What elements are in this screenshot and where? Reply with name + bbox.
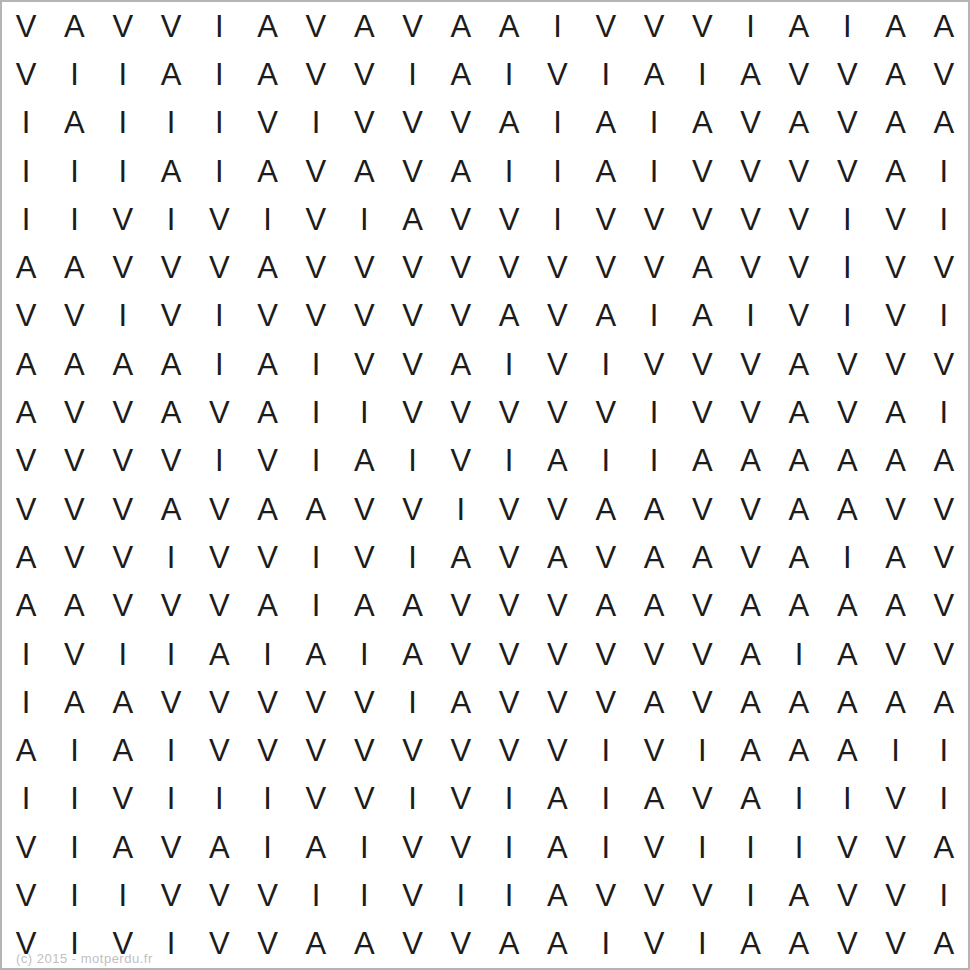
grid-cell[interactable]: V — [340, 726, 388, 774]
grid-cell[interactable]: V — [678, 195, 726, 243]
grid-cell[interactable]: V — [823, 823, 871, 871]
grid-cell[interactable]: A — [726, 50, 774, 98]
grid-cell[interactable]: V — [823, 99, 871, 147]
grid-cell[interactable]: A — [2, 388, 50, 436]
grid-cell[interactable]: I — [243, 195, 291, 243]
grid-cell[interactable]: A — [99, 678, 147, 726]
grid-cell[interactable]: V — [630, 823, 678, 871]
grid-cell[interactable]: A — [243, 147, 291, 195]
grid-cell[interactable]: A — [388, 582, 436, 630]
grid-cell[interactable]: A — [678, 243, 726, 291]
grid-cell[interactable]: I — [99, 630, 147, 678]
grid-cell[interactable]: A — [775, 388, 823, 436]
grid-cell[interactable]: V — [775, 147, 823, 195]
grid-cell[interactable]: V — [388, 823, 436, 871]
grid-cell[interactable]: V — [823, 388, 871, 436]
grid-cell[interactable]: V — [485, 243, 533, 291]
grid-cell[interactable]: V — [388, 871, 436, 919]
grid-cell[interactable]: I — [533, 147, 581, 195]
grid-cell[interactable]: V — [533, 388, 581, 436]
grid-cell[interactable]: A — [147, 50, 195, 98]
grid-cell[interactable]: I — [823, 292, 871, 340]
grid-cell[interactable]: I — [630, 388, 678, 436]
grid-cell[interactable]: A — [50, 2, 98, 50]
grid-cell[interactable]: V — [485, 726, 533, 774]
grid-cell[interactable]: V — [147, 2, 195, 50]
grid-cell[interactable]: V — [147, 437, 195, 485]
grid-cell[interactable]: A — [388, 195, 436, 243]
grid-cell[interactable]: V — [533, 485, 581, 533]
grid-cell[interactable]: V — [195, 871, 243, 919]
grid-cell[interactable]: A — [726, 678, 774, 726]
grid-cell[interactable]: I — [243, 775, 291, 823]
grid-cell[interactable]: I — [678, 920, 726, 968]
grid-cell[interactable]: I — [340, 388, 388, 436]
grid-cell[interactable]: A — [533, 775, 581, 823]
grid-cell[interactable]: V — [2, 50, 50, 98]
grid-cell[interactable]: I — [485, 340, 533, 388]
grid-cell[interactable]: I — [533, 195, 581, 243]
grid-cell[interactable]: V — [485, 630, 533, 678]
grid-cell[interactable]: V — [920, 582, 968, 630]
grid-cell[interactable]: A — [871, 533, 919, 581]
grid-cell[interactable]: I — [823, 243, 871, 291]
grid-cell[interactable]: A — [388, 630, 436, 678]
grid-cell[interactable]: A — [582, 485, 630, 533]
grid-cell[interactable]: I — [533, 99, 581, 147]
grid-cell[interactable]: A — [340, 582, 388, 630]
grid-cell[interactable]: V — [292, 243, 340, 291]
grid-cell[interactable]: A — [920, 99, 968, 147]
grid-cell[interactable]: V — [678, 630, 726, 678]
grid-cell[interactable]: I — [2, 147, 50, 195]
grid-cell[interactable]: I — [775, 775, 823, 823]
grid-cell[interactable]: A — [678, 292, 726, 340]
grid-cell[interactable]: V — [388, 340, 436, 388]
grid-cell[interactable]: V — [437, 243, 485, 291]
grid-cell[interactable]: V — [726, 99, 774, 147]
grid-cell[interactable]: A — [99, 340, 147, 388]
grid-cell[interactable]: V — [99, 195, 147, 243]
grid-cell[interactable]: I — [50, 147, 98, 195]
grid-cell[interactable]: I — [195, 147, 243, 195]
grid-cell[interactable]: V — [292, 678, 340, 726]
grid-cell[interactable]: V — [388, 920, 436, 968]
grid-cell[interactable]: V — [292, 292, 340, 340]
grid-cell[interactable]: A — [582, 99, 630, 147]
grid-cell[interactable]: A — [340, 147, 388, 195]
grid-cell[interactable]: V — [99, 485, 147, 533]
grid-cell[interactable]: I — [99, 292, 147, 340]
grid-cell[interactable]: V — [726, 533, 774, 581]
grid-cell[interactable]: I — [582, 437, 630, 485]
grid-cell[interactable]: V — [340, 775, 388, 823]
grid-cell[interactable]: A — [147, 340, 195, 388]
grid-cell[interactable]: V — [340, 292, 388, 340]
grid-cell[interactable]: V — [485, 388, 533, 436]
grid-cell[interactable]: V — [243, 437, 291, 485]
grid-cell[interactable]: A — [582, 582, 630, 630]
grid-cell[interactable]: V — [292, 147, 340, 195]
grid-cell[interactable]: V — [388, 726, 436, 774]
grid-cell[interactable]: I — [630, 437, 678, 485]
grid-cell[interactable]: A — [485, 99, 533, 147]
grid-cell[interactable]: V — [871, 243, 919, 291]
grid-cell[interactable]: V — [871, 340, 919, 388]
grid-cell[interactable]: V — [147, 823, 195, 871]
grid-cell[interactable]: A — [243, 2, 291, 50]
grid-cell[interactable]: A — [485, 920, 533, 968]
grid-cell[interactable]: A — [437, 340, 485, 388]
grid-cell[interactable]: A — [50, 99, 98, 147]
grid-cell[interactable]: V — [920, 50, 968, 98]
grid-cell[interactable]: V — [195, 678, 243, 726]
grid-cell[interactable]: A — [775, 99, 823, 147]
grid-cell[interactable]: A — [533, 437, 581, 485]
grid-cell[interactable]: A — [533, 871, 581, 919]
grid-cell[interactable]: V — [726, 340, 774, 388]
grid-cell[interactable]: A — [243, 243, 291, 291]
grid-cell[interactable]: A — [630, 582, 678, 630]
grid-cell[interactable]: V — [147, 243, 195, 291]
grid-cell[interactable]: A — [50, 678, 98, 726]
grid-cell[interactable]: V — [99, 775, 147, 823]
grid-cell[interactable]: A — [2, 243, 50, 291]
grid-cell[interactable]: V — [678, 678, 726, 726]
grid-cell[interactable]: I — [823, 195, 871, 243]
grid-cell[interactable]: A — [823, 582, 871, 630]
grid-cell[interactable]: I — [292, 340, 340, 388]
grid-cell[interactable]: V — [485, 195, 533, 243]
grid-cell[interactable]: V — [630, 871, 678, 919]
grid-cell[interactable]: A — [775, 920, 823, 968]
grid-cell[interactable]: I — [292, 99, 340, 147]
grid-cell[interactable]: V — [726, 195, 774, 243]
grid-cell[interactable]: I — [99, 147, 147, 195]
grid-cell[interactable]: A — [871, 388, 919, 436]
grid-cell[interactable]: I — [2, 99, 50, 147]
grid-cell[interactable]: V — [195, 388, 243, 436]
grid-cell[interactable]: V — [871, 920, 919, 968]
grid-cell[interactable]: I — [871, 726, 919, 774]
grid-cell[interactable]: V — [147, 678, 195, 726]
grid-cell[interactable]: V — [630, 2, 678, 50]
grid-cell[interactable]: A — [533, 823, 581, 871]
grid-cell[interactable]: A — [630, 533, 678, 581]
grid-cell[interactable]: I — [50, 195, 98, 243]
grid-cell[interactable]: A — [2, 726, 50, 774]
grid-cell[interactable]: I — [920, 726, 968, 774]
grid-cell[interactable]: V — [678, 147, 726, 195]
grid-cell[interactable]: V — [2, 823, 50, 871]
grid-cell[interactable]: V — [630, 726, 678, 774]
grid-cell[interactable]: V — [678, 871, 726, 919]
grid-cell[interactable]: V — [195, 485, 243, 533]
grid-cell[interactable]: I — [678, 823, 726, 871]
grid-cell[interactable]: V — [292, 195, 340, 243]
grid-cell[interactable]: I — [195, 99, 243, 147]
grid-cell[interactable]: I — [195, 340, 243, 388]
grid-cell[interactable]: A — [195, 823, 243, 871]
grid-cell[interactable]: I — [340, 823, 388, 871]
grid-cell[interactable]: V — [2, 871, 50, 919]
grid-cell[interactable]: V — [243, 99, 291, 147]
grid-cell[interactable]: A — [340, 920, 388, 968]
grid-cell[interactable]: I — [775, 630, 823, 678]
grid-cell[interactable]: A — [920, 2, 968, 50]
grid-cell[interactable]: I — [195, 50, 243, 98]
grid-cell[interactable]: I — [533, 2, 581, 50]
grid-cell[interactable]: V — [775, 292, 823, 340]
grid-cell[interactable]: V — [292, 726, 340, 774]
grid-cell[interactable]: I — [485, 437, 533, 485]
grid-cell[interactable]: A — [99, 726, 147, 774]
grid-cell[interactable]: I — [99, 50, 147, 98]
grid-cell[interactable]: V — [292, 50, 340, 98]
grid-cell[interactable]: V — [920, 243, 968, 291]
grid-cell[interactable]: A — [630, 485, 678, 533]
grid-cell[interactable]: A — [775, 340, 823, 388]
grid-cell[interactable]: A — [437, 50, 485, 98]
grid-cell[interactable]: I — [388, 437, 436, 485]
grid-cell[interactable]: V — [243, 678, 291, 726]
grid-cell[interactable]: V — [2, 292, 50, 340]
grid-cell[interactable]: V — [195, 533, 243, 581]
grid-cell[interactable]: A — [147, 147, 195, 195]
grid-cell[interactable]: I — [147, 99, 195, 147]
grid-cell[interactable]: I — [388, 50, 436, 98]
grid-cell[interactable]: A — [775, 2, 823, 50]
grid-cell[interactable]: I — [920, 388, 968, 436]
grid-cell[interactable]: V — [195, 195, 243, 243]
grid-cell[interactable]: V — [823, 340, 871, 388]
grid-cell[interactable]: I — [147, 630, 195, 678]
grid-cell[interactable]: A — [920, 437, 968, 485]
grid-cell[interactable]: V — [775, 243, 823, 291]
grid-cell[interactable]: V — [485, 533, 533, 581]
grid-cell[interactable]: I — [99, 99, 147, 147]
grid-cell[interactable]: A — [533, 920, 581, 968]
grid-cell[interactable]: I — [99, 871, 147, 919]
grid-cell[interactable]: A — [775, 871, 823, 919]
grid-cell[interactable]: A — [50, 340, 98, 388]
grid-cell[interactable]: A — [775, 582, 823, 630]
grid-cell[interactable]: A — [195, 630, 243, 678]
grid-cell[interactable]: A — [147, 485, 195, 533]
grid-cell[interactable]: V — [630, 243, 678, 291]
grid-cell[interactable]: I — [340, 195, 388, 243]
grid-cell[interactable]: I — [485, 823, 533, 871]
grid-cell[interactable]: V — [50, 630, 98, 678]
grid-cell[interactable]: V — [533, 340, 581, 388]
grid-cell[interactable]: V — [243, 292, 291, 340]
grid-cell[interactable]: I — [630, 147, 678, 195]
grid-cell[interactable]: A — [2, 340, 50, 388]
grid-cell[interactable]: V — [388, 99, 436, 147]
grid-cell[interactable]: V — [871, 485, 919, 533]
grid-cell[interactable]: V — [678, 582, 726, 630]
grid-cell[interactable]: V — [2, 2, 50, 50]
grid-cell[interactable]: I — [726, 2, 774, 50]
grid-cell[interactable]: V — [485, 678, 533, 726]
grid-cell[interactable]: V — [99, 243, 147, 291]
grid-cell[interactable]: I — [920, 292, 968, 340]
grid-cell[interactable]: V — [388, 243, 436, 291]
grid-cell[interactable]: V — [485, 582, 533, 630]
grid-cell[interactable]: V — [147, 582, 195, 630]
grid-cell[interactable]: A — [823, 485, 871, 533]
grid-cell[interactable]: V — [99, 388, 147, 436]
grid-cell[interactable]: V — [99, 533, 147, 581]
grid-cell[interactable]: V — [678, 775, 726, 823]
grid-cell[interactable]: V — [2, 437, 50, 485]
grid-cell[interactable]: V — [533, 50, 581, 98]
grid-cell[interactable]: I — [582, 726, 630, 774]
grid-cell[interactable]: I — [582, 920, 630, 968]
grid-cell[interactable]: V — [340, 485, 388, 533]
grid-cell[interactable]: I — [292, 582, 340, 630]
grid-cell[interactable]: V — [823, 920, 871, 968]
grid-cell[interactable]: A — [630, 678, 678, 726]
grid-cell[interactable]: A — [582, 147, 630, 195]
grid-cell[interactable]: I — [2, 195, 50, 243]
grid-cell[interactable]: V — [726, 485, 774, 533]
grid-cell[interactable]: V — [437, 437, 485, 485]
grid-cell[interactable]: V — [630, 340, 678, 388]
grid-cell[interactable]: A — [726, 630, 774, 678]
grid-cell[interactable]: I — [630, 99, 678, 147]
grid-cell[interactable]: V — [582, 388, 630, 436]
grid-cell[interactable]: V — [678, 388, 726, 436]
grid-cell[interactable]: V — [50, 437, 98, 485]
grid-cell[interactable]: V — [437, 775, 485, 823]
grid-cell[interactable]: I — [823, 775, 871, 823]
grid-cell[interactable]: A — [775, 437, 823, 485]
grid-cell[interactable]: V — [775, 50, 823, 98]
grid-cell[interactable]: I — [388, 533, 436, 581]
grid-cell[interactable]: V — [388, 2, 436, 50]
grid-cell[interactable]: A — [920, 920, 968, 968]
grid-cell[interactable]: I — [50, 775, 98, 823]
grid-cell[interactable]: I — [147, 726, 195, 774]
grid-cell[interactable]: V — [678, 340, 726, 388]
grid-cell[interactable]: V — [292, 2, 340, 50]
grid-cell[interactable]: V — [920, 630, 968, 678]
grid-cell[interactable]: A — [726, 437, 774, 485]
grid-cell[interactable]: V — [2, 485, 50, 533]
grid-cell[interactable]: V — [533, 292, 581, 340]
grid-cell[interactable]: V — [437, 823, 485, 871]
grid-cell[interactable]: I — [195, 292, 243, 340]
grid-cell[interactable]: V — [582, 2, 630, 50]
grid-cell[interactable]: A — [871, 437, 919, 485]
grid-cell[interactable]: V — [726, 243, 774, 291]
grid-cell[interactable]: V — [147, 871, 195, 919]
grid-cell[interactable]: A — [871, 50, 919, 98]
grid-cell[interactable]: V — [582, 678, 630, 726]
grid-cell[interactable]: V — [50, 388, 98, 436]
grid-cell[interactable]: A — [726, 920, 774, 968]
grid-cell[interactable]: V — [582, 243, 630, 291]
grid-cell[interactable]: A — [243, 485, 291, 533]
grid-cell[interactable]: I — [147, 920, 195, 968]
grid-cell[interactable]: A — [437, 533, 485, 581]
grid-cell[interactable]: A — [437, 678, 485, 726]
grid-cell[interactable]: I — [678, 726, 726, 774]
grid-cell[interactable]: V — [871, 871, 919, 919]
grid-cell[interactable]: I — [920, 871, 968, 919]
grid-cell[interactable]: A — [871, 147, 919, 195]
grid-cell[interactable]: V — [823, 871, 871, 919]
grid-cell[interactable]: A — [678, 437, 726, 485]
grid-cell[interactable]: A — [823, 630, 871, 678]
grid-cell[interactable]: V — [388, 147, 436, 195]
grid-cell[interactable]: V — [195, 726, 243, 774]
grid-cell[interactable]: V — [195, 582, 243, 630]
grid-cell[interactable]: A — [678, 533, 726, 581]
grid-cell[interactable]: A — [340, 437, 388, 485]
grid-cell[interactable]: A — [485, 292, 533, 340]
grid-cell[interactable]: A — [50, 582, 98, 630]
grid-cell[interactable]: I — [147, 775, 195, 823]
grid-cell[interactable]: V — [147, 292, 195, 340]
grid-cell[interactable]: A — [437, 147, 485, 195]
grid-cell[interactable]: V — [533, 678, 581, 726]
grid-cell[interactable]: I — [195, 775, 243, 823]
grid-cell[interactable]: A — [533, 533, 581, 581]
grid-cell[interactable]: A — [99, 823, 147, 871]
grid-cell[interactable]: I — [2, 678, 50, 726]
grid-cell[interactable]: V — [195, 243, 243, 291]
grid-cell[interactable]: V — [678, 2, 726, 50]
grid-cell[interactable]: V — [871, 775, 919, 823]
grid-cell[interactable]: A — [726, 775, 774, 823]
grid-cell[interactable]: V — [340, 533, 388, 581]
grid-cell[interactable]: V — [437, 195, 485, 243]
grid-cell[interactable]: A — [823, 678, 871, 726]
grid-cell[interactable]: I — [292, 871, 340, 919]
grid-cell[interactable]: V — [533, 726, 581, 774]
grid-cell[interactable]: I — [2, 630, 50, 678]
grid-cell[interactable]: V — [437, 99, 485, 147]
grid-cell[interactable]: V — [630, 920, 678, 968]
grid-cell[interactable]: A — [50, 243, 98, 291]
grid-cell[interactable]: A — [775, 726, 823, 774]
grid-cell[interactable]: I — [823, 2, 871, 50]
grid-cell[interactable]: V — [340, 243, 388, 291]
grid-cell[interactable]: I — [920, 195, 968, 243]
grid-cell[interactable]: I — [243, 630, 291, 678]
grid-cell[interactable]: A — [2, 582, 50, 630]
grid-cell[interactable]: A — [243, 582, 291, 630]
grid-cell[interactable]: V — [871, 630, 919, 678]
grid-cell[interactable]: A — [726, 582, 774, 630]
grid-cell[interactable]: V — [437, 726, 485, 774]
grid-cell[interactable]: I — [582, 50, 630, 98]
grid-cell[interactable]: V — [871, 292, 919, 340]
grid-cell[interactable]: V — [533, 243, 581, 291]
grid-cell[interactable]: V — [243, 533, 291, 581]
grid-cell[interactable]: I — [485, 147, 533, 195]
grid-cell[interactable]: V — [582, 871, 630, 919]
grid-cell[interactable]: I — [775, 823, 823, 871]
grid-cell[interactable]: I — [582, 823, 630, 871]
grid-cell[interactable]: V — [533, 582, 581, 630]
grid-cell[interactable]: V — [50, 292, 98, 340]
grid-cell[interactable]: I — [195, 437, 243, 485]
grid-cell[interactable]: V — [775, 195, 823, 243]
grid-cell[interactable]: V — [50, 485, 98, 533]
